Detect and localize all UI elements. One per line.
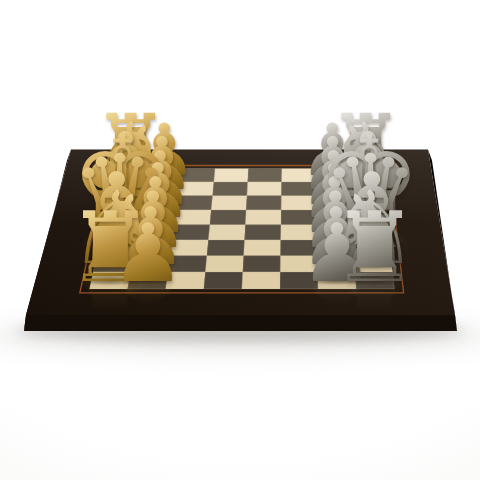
black-rook-icon: ♜ <box>331 199 418 296</box>
pieces-layer: ♜♜♟♟♟♟♜♜♞♞♟♟♟♟♞♞♝♝♟♟♟♟♝♝♚♚♟♟♟♟♚♚♛♛♟♟♟♟♛♛… <box>0 0 480 480</box>
piece-black-rook-a8[interactable]: ♜ <box>326 199 423 296</box>
piece-white-pawn-a2[interactable]: ♟ <box>108 213 189 294</box>
white-pawn-icon: ♟ <box>112 213 184 294</box>
chess-set-photo: ♜♜♟♟♟♟♜♜♞♞♟♟♟♟♞♞♝♝♟♟♟♟♝♝♚♚♟♟♟♟♚♚♛♛♟♟♟♟♛♛… <box>0 0 480 480</box>
